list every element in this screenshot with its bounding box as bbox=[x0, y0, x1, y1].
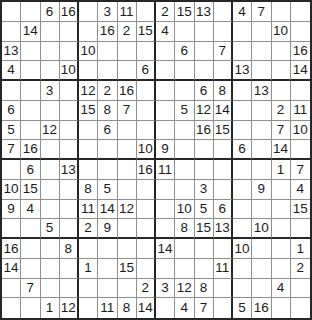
cell-r5c4[interactable] bbox=[60, 81, 79, 101]
cell-r9c4[interactable]: 13 bbox=[60, 160, 79, 180]
cell-r4c2[interactable] bbox=[21, 61, 40, 81]
cell-r6c9[interactable] bbox=[156, 101, 175, 121]
cell-r10c16[interactable]: 4 bbox=[291, 180, 310, 200]
cell-r4c3[interactable] bbox=[41, 61, 60, 81]
cell-r1c4[interactable]: 16 bbox=[60, 2, 79, 22]
cell-r8c15[interactable]: 14 bbox=[272, 140, 291, 160]
cell-r1c13[interactable]: 4 bbox=[233, 2, 252, 22]
cell-r1c14[interactable]: 7 bbox=[252, 2, 271, 22]
cell-r4c15[interactable] bbox=[272, 61, 291, 81]
cell-r16c8[interactable]: 14 bbox=[137, 298, 156, 318]
cell-r14c9[interactable] bbox=[156, 259, 175, 279]
cell-r13c5[interactable] bbox=[79, 239, 98, 259]
cell-r8c12[interactable] bbox=[214, 140, 233, 160]
cell-r8c2[interactable]: 16 bbox=[21, 140, 40, 160]
cell-r12c2[interactable] bbox=[21, 219, 40, 239]
cell-r2c12[interactable] bbox=[214, 22, 233, 42]
cell-r15c10[interactable]: 12 bbox=[175, 279, 194, 299]
cell-r10c12[interactable] bbox=[214, 180, 233, 200]
cell-r1c5[interactable] bbox=[79, 2, 98, 22]
cell-r6c11[interactable]: 12 bbox=[195, 101, 214, 121]
cell-r5c8[interactable] bbox=[137, 81, 156, 101]
cell-r4c4[interactable]: 10 bbox=[60, 61, 79, 81]
cell-r2c5[interactable] bbox=[79, 22, 98, 42]
cell-r3c7[interactable] bbox=[118, 42, 137, 62]
cell-r7c8[interactable] bbox=[137, 121, 156, 141]
cell-r15c4[interactable] bbox=[60, 279, 79, 299]
cell-r11c15[interactable] bbox=[272, 200, 291, 220]
sudoku-board: 6163112151347141621541013106716410613143… bbox=[0, 0, 312, 320]
cell-r10c14[interactable]: 9 bbox=[252, 180, 271, 200]
cell-r15c1[interactable] bbox=[2, 279, 21, 299]
cell-r10c10[interactable] bbox=[175, 180, 194, 200]
cell-r8c4[interactable] bbox=[60, 140, 79, 160]
cell-r5c2[interactable] bbox=[21, 81, 40, 101]
cell-r1c8[interactable] bbox=[137, 2, 156, 22]
cell-r2c15[interactable]: 10 bbox=[272, 22, 291, 42]
cell-r10c15[interactable] bbox=[272, 180, 291, 200]
cell-r3c14[interactable] bbox=[252, 42, 271, 62]
cell-r3c2[interactable] bbox=[21, 42, 40, 62]
cell-r10c11[interactable]: 3 bbox=[195, 180, 214, 200]
cell-r15c7[interactable] bbox=[118, 279, 137, 299]
cell-r11c13[interactable] bbox=[233, 200, 252, 220]
cell-r12c1[interactable] bbox=[2, 219, 21, 239]
cell-r9c9[interactable]: 11 bbox=[156, 160, 175, 180]
cell-r16c11[interactable]: 7 bbox=[195, 298, 214, 318]
cell-r4c14[interactable] bbox=[252, 61, 271, 81]
cell-r16c9[interactable] bbox=[156, 298, 175, 318]
cell-r6c16[interactable]: 11 bbox=[291, 101, 310, 121]
cell-r16c16[interactable] bbox=[291, 298, 310, 318]
cell-r7c2[interactable] bbox=[21, 121, 40, 141]
cell-r13c12[interactable] bbox=[214, 239, 233, 259]
cell-r5c12[interactable]: 8 bbox=[214, 81, 233, 101]
cell-r9c15[interactable]: 1 bbox=[272, 160, 291, 180]
cell-r6c8[interactable] bbox=[137, 101, 156, 121]
cell-r14c1[interactable]: 14 bbox=[2, 259, 21, 279]
cell-r7c10[interactable] bbox=[175, 121, 194, 141]
cell-r7c9[interactable] bbox=[156, 121, 175, 141]
cell-r9c16[interactable]: 7 bbox=[291, 160, 310, 180]
cell-r8c9[interactable]: 9 bbox=[156, 140, 175, 160]
cell-r15c5[interactable] bbox=[79, 279, 98, 299]
cell-r9c13[interactable] bbox=[233, 160, 252, 180]
cell-r8c5[interactable] bbox=[79, 140, 98, 160]
cell-r4c12[interactable] bbox=[214, 61, 233, 81]
cell-r16c15[interactable] bbox=[272, 298, 291, 318]
cell-r12c8[interactable] bbox=[137, 219, 156, 239]
cell-r16c14[interactable]: 16 bbox=[252, 298, 271, 318]
cell-r5c13[interactable] bbox=[233, 81, 252, 101]
cell-r5c14[interactable]: 13 bbox=[252, 81, 271, 101]
cell-r3c16[interactable]: 16 bbox=[291, 42, 310, 62]
cell-r8c14[interactable] bbox=[252, 140, 271, 160]
cell-r4c6[interactable] bbox=[98, 61, 117, 81]
cell-r13c1[interactable]: 16 bbox=[2, 239, 21, 259]
cell-r13c4[interactable]: 8 bbox=[60, 239, 79, 259]
cell-r13c8[interactable] bbox=[137, 239, 156, 259]
cell-r8c10[interactable] bbox=[175, 140, 194, 160]
cell-r4c8[interactable]: 6 bbox=[137, 61, 156, 81]
cell-r4c10[interactable] bbox=[175, 61, 194, 81]
cell-r11c16[interactable]: 15 bbox=[291, 200, 310, 220]
cell-r13c13[interactable]: 10 bbox=[233, 239, 252, 259]
cell-r1c16[interactable] bbox=[291, 2, 310, 22]
cell-r2c2[interactable]: 14 bbox=[21, 22, 40, 42]
cell-r5c9[interactable] bbox=[156, 81, 175, 101]
cell-r14c8[interactable] bbox=[137, 259, 156, 279]
cell-r2c10[interactable] bbox=[175, 22, 194, 42]
cell-r2c13[interactable] bbox=[233, 22, 252, 42]
cell-r7c14[interactable] bbox=[252, 121, 271, 141]
cell-r13c6[interactable] bbox=[98, 239, 117, 259]
cell-r3c10[interactable]: 6 bbox=[175, 42, 194, 62]
cell-r16c6[interactable]: 11 bbox=[98, 298, 117, 318]
cell-r14c15[interactable] bbox=[272, 259, 291, 279]
cell-r9c14[interactable] bbox=[252, 160, 271, 180]
cell-r12c14[interactable]: 10 bbox=[252, 219, 271, 239]
cell-r14c10[interactable] bbox=[175, 259, 194, 279]
cell-r15c3[interactable] bbox=[41, 279, 60, 299]
cell-r12c13[interactable] bbox=[233, 219, 252, 239]
cell-r12c3[interactable]: 5 bbox=[41, 219, 60, 239]
cell-r13c2[interactable] bbox=[21, 239, 40, 259]
cell-r12c6[interactable]: 9 bbox=[98, 219, 117, 239]
cell-r16c3[interactable]: 1 bbox=[41, 298, 60, 318]
cell-r15c16[interactable] bbox=[291, 279, 310, 299]
cell-r1c11[interactable]: 13 bbox=[195, 2, 214, 22]
cell-r1c7[interactable]: 11 bbox=[118, 2, 137, 22]
cell-r8c8[interactable]: 10 bbox=[137, 140, 156, 160]
cell-r9c7[interactable] bbox=[118, 160, 137, 180]
cell-r15c9[interactable]: 3 bbox=[156, 279, 175, 299]
cell-r9c11[interactable] bbox=[195, 160, 214, 180]
cell-r11c1[interactable]: 9 bbox=[2, 200, 21, 220]
cell-r1c10[interactable]: 15 bbox=[175, 2, 194, 22]
cell-r11c3[interactable] bbox=[41, 200, 60, 220]
cell-r7c5[interactable] bbox=[79, 121, 98, 141]
cell-r8c13[interactable]: 6 bbox=[233, 140, 252, 160]
cell-r12c11[interactable]: 15 bbox=[195, 219, 214, 239]
cell-r3c9[interactable] bbox=[156, 42, 175, 62]
cell-r11c7[interactable]: 12 bbox=[118, 200, 137, 220]
cell-r13c15[interactable] bbox=[272, 239, 291, 259]
cell-r1c3[interactable]: 6 bbox=[41, 2, 60, 22]
cell-r1c1[interactable] bbox=[2, 2, 21, 22]
cell-r16c10[interactable]: 4 bbox=[175, 298, 194, 318]
cell-r9c8[interactable]: 16 bbox=[137, 160, 156, 180]
cell-r12c16[interactable] bbox=[291, 219, 310, 239]
cell-r8c16[interactable] bbox=[291, 140, 310, 160]
cell-r11c5[interactable]: 11 bbox=[79, 200, 98, 220]
cell-r5c3[interactable]: 3 bbox=[41, 81, 60, 101]
cell-r2c8[interactable]: 15 bbox=[137, 22, 156, 42]
cell-r10c1[interactable]: 10 bbox=[2, 180, 21, 200]
cell-r12c9[interactable] bbox=[156, 219, 175, 239]
cell-r4c5[interactable] bbox=[79, 61, 98, 81]
cell-r15c13[interactable] bbox=[233, 279, 252, 299]
cell-r1c15[interactable] bbox=[272, 2, 291, 22]
cell-r6c14[interactable] bbox=[252, 101, 271, 121]
cell-r8c1[interactable]: 7 bbox=[2, 140, 21, 160]
cell-r7c12[interactable]: 15 bbox=[214, 121, 233, 141]
cell-r14c11[interactable] bbox=[195, 259, 214, 279]
cell-r6c1[interactable]: 6 bbox=[2, 101, 21, 121]
cell-r15c2[interactable]: 7 bbox=[21, 279, 40, 299]
cell-r12c12[interactable]: 13 bbox=[214, 219, 233, 239]
cell-r9c5[interactable] bbox=[79, 160, 98, 180]
cell-r13c9[interactable]: 14 bbox=[156, 239, 175, 259]
cell-r7c1[interactable]: 5 bbox=[2, 121, 21, 141]
cell-r2c7[interactable]: 2 bbox=[118, 22, 137, 42]
cell-r2c16[interactable] bbox=[291, 22, 310, 42]
cell-r15c8[interactable]: 2 bbox=[137, 279, 156, 299]
cell-r6c13[interactable] bbox=[233, 101, 252, 121]
cell-r10c8[interactable] bbox=[137, 180, 156, 200]
cell-r1c2[interactable] bbox=[21, 2, 40, 22]
cell-r7c4[interactable] bbox=[60, 121, 79, 141]
cell-r2c9[interactable]: 4 bbox=[156, 22, 175, 42]
cell-r5c6[interactable]: 2 bbox=[98, 81, 117, 101]
cell-r14c5[interactable]: 1 bbox=[79, 259, 98, 279]
cell-r7c16[interactable]: 10 bbox=[291, 121, 310, 141]
cell-r12c15[interactable] bbox=[272, 219, 291, 239]
cell-r16c1[interactable] bbox=[2, 298, 21, 318]
cell-r14c4[interactable] bbox=[60, 259, 79, 279]
cell-r16c7[interactable]: 8 bbox=[118, 298, 137, 318]
cell-r11c4[interactable] bbox=[60, 200, 79, 220]
cell-r6c3[interactable] bbox=[41, 101, 60, 121]
cell-r11c12[interactable]: 6 bbox=[214, 200, 233, 220]
cell-r7c6[interactable]: 6 bbox=[98, 121, 117, 141]
cell-r14c6[interactable] bbox=[98, 259, 117, 279]
cell-r2c3[interactable] bbox=[41, 22, 60, 42]
cell-r11c9[interactable] bbox=[156, 200, 175, 220]
cell-r10c2[interactable]: 15 bbox=[21, 180, 40, 200]
cell-r15c14[interactable] bbox=[252, 279, 271, 299]
cell-r6c10[interactable]: 5 bbox=[175, 101, 194, 121]
cell-r1c12[interactable] bbox=[214, 2, 233, 22]
cell-r16c13[interactable]: 5 bbox=[233, 298, 252, 318]
cell-r5c7[interactable]: 16 bbox=[118, 81, 137, 101]
cell-r9c3[interactable] bbox=[41, 160, 60, 180]
cell-r14c16[interactable]: 2 bbox=[291, 259, 310, 279]
cell-r13c10[interactable] bbox=[175, 239, 194, 259]
cell-r5c1[interactable] bbox=[2, 81, 21, 101]
cell-r3c15[interactable] bbox=[272, 42, 291, 62]
cell-r5c5[interactable]: 12 bbox=[79, 81, 98, 101]
cell-r16c12[interactable] bbox=[214, 298, 233, 318]
cell-r2c4[interactable] bbox=[60, 22, 79, 42]
cell-r8c6[interactable] bbox=[98, 140, 117, 160]
cell-r12c4[interactable] bbox=[60, 219, 79, 239]
cell-r6c15[interactable]: 2 bbox=[272, 101, 291, 121]
cell-r2c1[interactable] bbox=[2, 22, 21, 42]
cell-r3c5[interactable]: 10 bbox=[79, 42, 98, 62]
cell-r1c6[interactable]: 3 bbox=[98, 2, 117, 22]
cell-r8c3[interactable] bbox=[41, 140, 60, 160]
cell-r16c5[interactable] bbox=[79, 298, 98, 318]
cell-r2c11[interactable] bbox=[195, 22, 214, 42]
cell-r8c7[interactable] bbox=[118, 140, 137, 160]
cell-r11c14[interactable] bbox=[252, 200, 271, 220]
cell-r4c13[interactable]: 13 bbox=[233, 61, 252, 81]
cell-r7c7[interactable] bbox=[118, 121, 137, 141]
cell-r14c13[interactable] bbox=[233, 259, 252, 279]
cell-r15c11[interactable]: 8 bbox=[195, 279, 214, 299]
cell-r16c4[interactable]: 12 bbox=[60, 298, 79, 318]
cell-r6c2[interactable] bbox=[21, 101, 40, 121]
cell-r13c11[interactable] bbox=[195, 239, 214, 259]
cell-r12c5[interactable]: 2 bbox=[79, 219, 98, 239]
cell-r11c8[interactable] bbox=[137, 200, 156, 220]
cell-r12c10[interactable]: 8 bbox=[175, 219, 194, 239]
cell-r7c3[interactable]: 12 bbox=[41, 121, 60, 141]
cell-r6c12[interactable]: 14 bbox=[214, 101, 233, 121]
cell-r11c10[interactable]: 10 bbox=[175, 200, 194, 220]
cell-r6c4[interactable] bbox=[60, 101, 79, 121]
cell-r9c1[interactable] bbox=[2, 160, 21, 180]
cell-r15c6[interactable] bbox=[98, 279, 117, 299]
cell-r3c6[interactable] bbox=[98, 42, 117, 62]
cell-r5c10[interactable] bbox=[175, 81, 194, 101]
cell-r14c12[interactable]: 11 bbox=[214, 259, 233, 279]
cell-r8c11[interactable] bbox=[195, 140, 214, 160]
cell-r3c1[interactable]: 13 bbox=[2, 42, 21, 62]
cell-r3c4[interactable] bbox=[60, 42, 79, 62]
cell-r10c5[interactable]: 8 bbox=[79, 180, 98, 200]
cell-r13c16[interactable]: 1 bbox=[291, 239, 310, 259]
cell-r7c15[interactable]: 7 bbox=[272, 121, 291, 141]
cell-r14c7[interactable]: 15 bbox=[118, 259, 137, 279]
cell-r14c2[interactable] bbox=[21, 259, 40, 279]
cell-r15c12[interactable] bbox=[214, 279, 233, 299]
cell-r3c3[interactable] bbox=[41, 42, 60, 62]
cell-r4c11[interactable] bbox=[195, 61, 214, 81]
cell-r7c13[interactable] bbox=[233, 121, 252, 141]
cell-r4c16[interactable]: 14 bbox=[291, 61, 310, 81]
cell-r13c7[interactable] bbox=[118, 239, 137, 259]
cell-r12c7[interactable] bbox=[118, 219, 137, 239]
cell-r5c15[interactable] bbox=[272, 81, 291, 101]
cell-r11c2[interactable]: 4 bbox=[21, 200, 40, 220]
cell-r1c9[interactable]: 2 bbox=[156, 2, 175, 22]
cell-r14c3[interactable] bbox=[41, 259, 60, 279]
cell-r13c3[interactable] bbox=[41, 239, 60, 259]
cell-r9c2[interactable]: 6 bbox=[21, 160, 40, 180]
cell-r7c11[interactable]: 16 bbox=[195, 121, 214, 141]
cell-r2c6[interactable]: 16 bbox=[98, 22, 117, 42]
cell-r4c1[interactable]: 4 bbox=[2, 61, 21, 81]
cell-r6c6[interactable]: 8 bbox=[98, 101, 117, 121]
cell-r11c11[interactable]: 5 bbox=[195, 200, 214, 220]
cell-r5c11[interactable]: 6 bbox=[195, 81, 214, 101]
cell-r5c16[interactable] bbox=[291, 81, 310, 101]
cell-r15c15[interactable]: 4 bbox=[272, 279, 291, 299]
cell-r4c7[interactable] bbox=[118, 61, 137, 81]
cell-r3c13[interactable] bbox=[233, 42, 252, 62]
cell-r10c7[interactable] bbox=[118, 180, 137, 200]
cell-r3c11[interactable] bbox=[195, 42, 214, 62]
cell-r10c4[interactable] bbox=[60, 180, 79, 200]
cell-r16c2[interactable] bbox=[21, 298, 40, 318]
cell-r10c6[interactable]: 5 bbox=[98, 180, 117, 200]
cell-r9c6[interactable] bbox=[98, 160, 117, 180]
cell-r3c8[interactable] bbox=[137, 42, 156, 62]
cell-r11c6[interactable]: 14 bbox=[98, 200, 117, 220]
cell-r14c14[interactable] bbox=[252, 259, 271, 279]
cell-r10c9[interactable] bbox=[156, 180, 175, 200]
cell-r3c12[interactable]: 7 bbox=[214, 42, 233, 62]
cell-r6c7[interactable]: 7 bbox=[118, 101, 137, 121]
cell-r10c3[interactable] bbox=[41, 180, 60, 200]
cell-r9c10[interactable] bbox=[175, 160, 194, 180]
cell-r9c12[interactable] bbox=[214, 160, 233, 180]
cell-r6c5[interactable]: 15 bbox=[79, 101, 98, 121]
cell-r4c9[interactable] bbox=[156, 61, 175, 81]
cell-r13c14[interactable] bbox=[252, 239, 271, 259]
cell-r2c14[interactable] bbox=[252, 22, 271, 42]
cell-r10c13[interactable] bbox=[233, 180, 252, 200]
